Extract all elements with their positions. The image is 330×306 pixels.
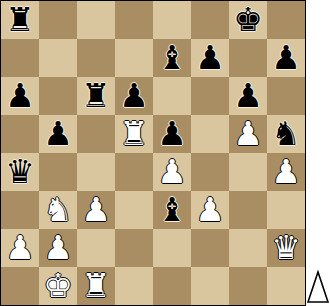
square-d5[interactable]: ♜ (115, 115, 153, 153)
triangle-shape (308, 272, 328, 302)
piece-white-pawn-e4[interactable]: ♟ (157, 153, 187, 191)
piece-black-pawn-f7[interactable]: ♟ (195, 39, 225, 77)
square-c3[interactable]: ♟ (77, 191, 115, 229)
square-d7[interactable] (115, 39, 153, 77)
square-e2[interactable] (153, 229, 191, 267)
square-g7[interactable] (229, 39, 267, 77)
square-b6[interactable] (39, 77, 77, 115)
square-g2[interactable] (229, 229, 267, 267)
square-g6[interactable]: ♟ (229, 77, 267, 115)
square-c1[interactable]: ♜ (77, 267, 115, 305)
square-h2[interactable]: ♛ (267, 229, 305, 267)
square-c2[interactable] (77, 229, 115, 267)
right-margin (306, 0, 330, 306)
chess-board[interactable]: ♜♚♝♟♟♟♜♟♟♟♜♟♟♞♛♟♟♞♟♝♟♟♟♛♚♜ (1, 1, 305, 305)
square-a7[interactable] (1, 39, 39, 77)
square-a8[interactable]: ♜ (1, 1, 39, 39)
square-c8[interactable] (77, 1, 115, 39)
piece-white-rook-c1[interactable]: ♜ (81, 267, 111, 305)
piece-white-pawn-h4[interactable]: ♟ (271, 153, 301, 191)
square-h5[interactable]: ♞ (267, 115, 305, 153)
square-d6[interactable]: ♟ (115, 77, 153, 115)
piece-white-pawn-g5[interactable]: ♟ (233, 115, 263, 153)
square-b5[interactable]: ♟ (39, 115, 77, 153)
piece-white-knight-b3[interactable]: ♞ (43, 191, 73, 229)
piece-white-rook-d5[interactable]: ♜ (119, 115, 149, 153)
square-b4[interactable] (39, 153, 77, 191)
square-h1[interactable] (267, 267, 305, 305)
square-g3[interactable] (229, 191, 267, 229)
chess-board-frame: ♜♚♝♟♟♟♜♟♟♟♜♟♟♞♛♟♟♞♟♝♟♟♟♛♚♜ (0, 0, 306, 306)
piece-black-pawn-g6[interactable]: ♟ (233, 77, 263, 115)
square-d1[interactable] (115, 267, 153, 305)
piece-black-pawn-h7[interactable]: ♟ (271, 39, 301, 77)
piece-black-pawn-b5[interactable]: ♟ (43, 115, 73, 153)
square-a3[interactable] (1, 191, 39, 229)
square-c7[interactable] (77, 39, 115, 77)
piece-white-pawn-c3[interactable]: ♟ (81, 191, 111, 229)
piece-black-rook-c6[interactable]: ♜ (81, 77, 111, 115)
square-e7[interactable]: ♝ (153, 39, 191, 77)
square-b2[interactable]: ♟ (39, 229, 77, 267)
square-h3[interactable] (267, 191, 305, 229)
piece-white-queen-h2[interactable]: ♛ (271, 229, 301, 267)
square-c6[interactable]: ♜ (77, 77, 115, 115)
square-f1[interactable] (191, 267, 229, 305)
square-f5[interactable] (191, 115, 229, 153)
chess-app: ♜♚♝♟♟♟♜♟♟♟♜♟♟♞♛♟♟♞♟♝♟♟♟♛♚♜ (0, 0, 330, 306)
square-b3[interactable]: ♞ (39, 191, 77, 229)
piece-black-bishop-e7[interactable]: ♝ (157, 39, 187, 77)
piece-white-pawn-a2[interactable]: ♟ (5, 229, 35, 267)
square-h7[interactable]: ♟ (267, 39, 305, 77)
square-a1[interactable] (1, 267, 39, 305)
square-e8[interactable] (153, 1, 191, 39)
piece-black-pawn-e5[interactable]: ♟ (157, 115, 187, 153)
piece-black-knight-h5[interactable]: ♞ (271, 115, 301, 153)
square-h6[interactable] (267, 77, 305, 115)
square-b8[interactable] (39, 1, 77, 39)
piece-black-queen-a4[interactable]: ♛ (5, 153, 35, 191)
square-e4[interactable]: ♟ (153, 153, 191, 191)
square-g1[interactable] (229, 267, 267, 305)
piece-white-pawn-f3[interactable]: ♟ (195, 191, 225, 229)
square-f8[interactable] (191, 1, 229, 39)
square-e3[interactable]: ♝ (153, 191, 191, 229)
white-to-move-triangle-icon (307, 270, 329, 304)
square-b1[interactable]: ♚ (39, 267, 77, 305)
square-g8[interactable]: ♚ (229, 1, 267, 39)
square-g4[interactable] (229, 153, 267, 191)
square-a2[interactable]: ♟ (1, 229, 39, 267)
piece-black-rook-a8[interactable]: ♜ (5, 1, 35, 39)
square-h4[interactable]: ♟ (267, 153, 305, 191)
square-e1[interactable] (153, 267, 191, 305)
square-f7[interactable]: ♟ (191, 39, 229, 77)
piece-white-pawn-b2[interactable]: ♟ (43, 229, 73, 267)
piece-black-pawn-a6[interactable]: ♟ (5, 77, 35, 115)
square-f2[interactable] (191, 229, 229, 267)
square-h8[interactable] (267, 1, 305, 39)
square-f4[interactable] (191, 153, 229, 191)
square-d8[interactable] (115, 1, 153, 39)
square-f6[interactable] (191, 77, 229, 115)
square-c5[interactable] (77, 115, 115, 153)
piece-black-pawn-d6[interactable]: ♟ (119, 77, 149, 115)
square-c4[interactable] (77, 153, 115, 191)
square-g5[interactable]: ♟ (229, 115, 267, 153)
piece-white-king-b1[interactable]: ♚ (43, 267, 73, 305)
square-a6[interactable]: ♟ (1, 77, 39, 115)
square-e6[interactable] (153, 77, 191, 115)
square-f3[interactable]: ♟ (191, 191, 229, 229)
square-e5[interactable]: ♟ (153, 115, 191, 153)
piece-black-king-g8[interactable]: ♚ (233, 1, 263, 39)
square-b7[interactable] (39, 39, 77, 77)
square-a5[interactable] (1, 115, 39, 153)
piece-black-bishop-e3[interactable]: ♝ (157, 191, 187, 229)
square-d2[interactable] (115, 229, 153, 267)
square-d3[interactable] (115, 191, 153, 229)
square-a4[interactable]: ♛ (1, 153, 39, 191)
square-d4[interactable] (115, 153, 153, 191)
